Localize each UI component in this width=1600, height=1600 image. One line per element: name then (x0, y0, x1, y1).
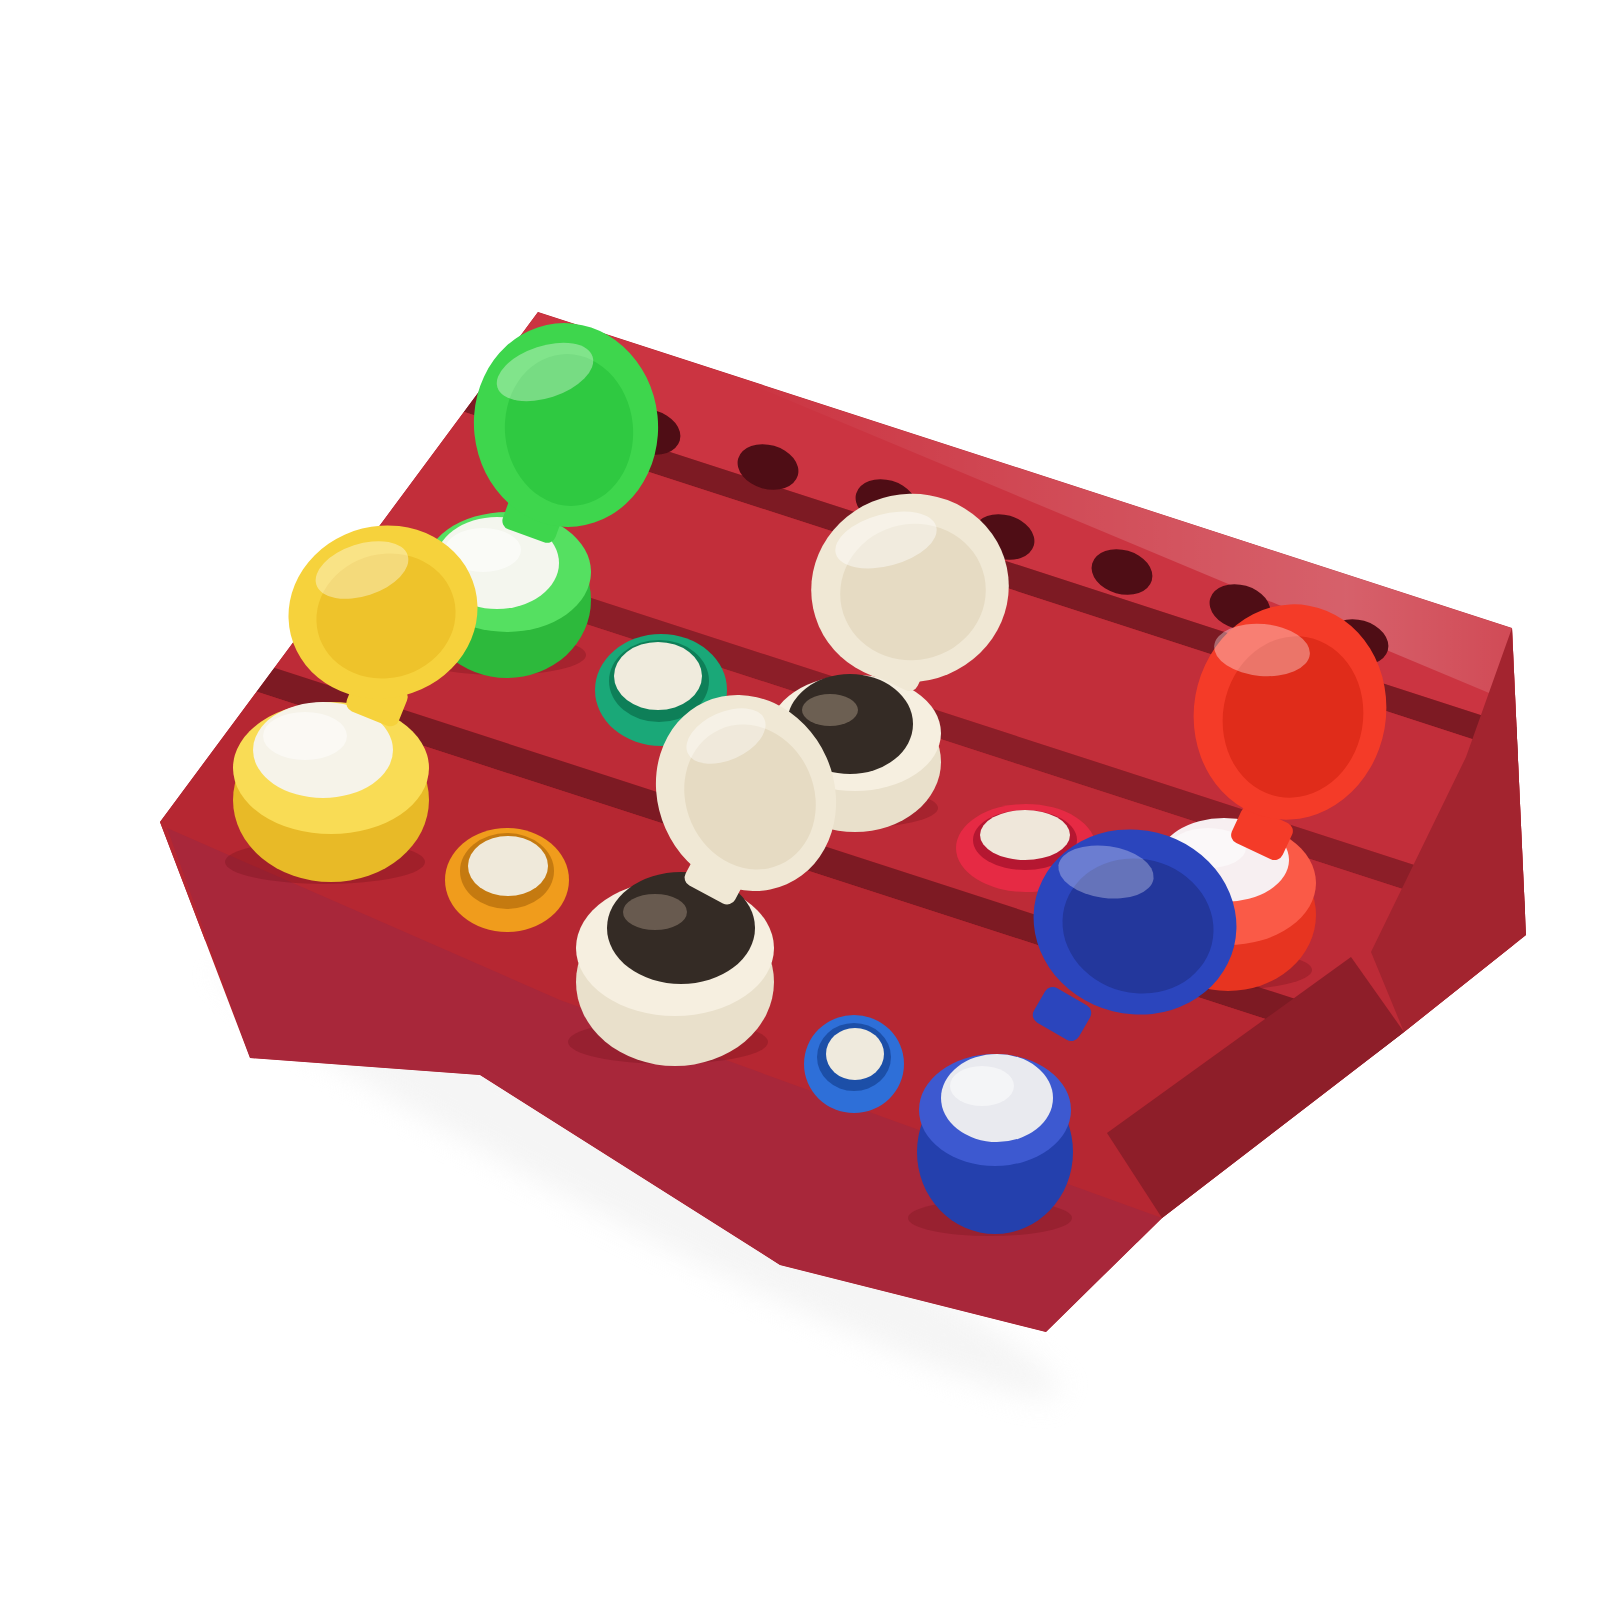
ring-felt-pad (614, 642, 702, 710)
oil-pad-highlight (263, 712, 347, 760)
ring-felt-pad (980, 810, 1070, 860)
metal-ring-orange (445, 828, 569, 932)
ring-felt-pad (468, 836, 548, 896)
ring-felt-pad (826, 1028, 884, 1080)
metal-ring-blue (804, 1015, 904, 1113)
product-photo-scene (0, 0, 1600, 1600)
grease-highlight (802, 694, 858, 726)
grease-highlight (623, 894, 687, 930)
oil-pad-highlight (950, 1066, 1014, 1106)
